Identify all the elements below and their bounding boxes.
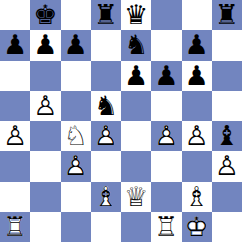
square-b1[interactable]	[30, 212, 60, 242]
square-g2[interactable]: ♝♗	[182, 182, 212, 212]
piece-glyph: ♞	[121, 30, 151, 60]
piece-outline-layer: ♔	[182, 212, 212, 242]
square-g4[interactable]: ♟♙	[182, 121, 212, 151]
square-g8[interactable]	[182, 0, 212, 30]
square-b4[interactable]	[30, 121, 60, 151]
white-rook-piece[interactable]: ♜♖	[0, 212, 30, 242]
square-e6[interactable]: ♟	[121, 61, 151, 91]
square-h5[interactable]	[212, 91, 242, 121]
square-c3[interactable]: ♟♙	[61, 151, 91, 181]
piece-outline-layer: ♙	[61, 151, 91, 181]
square-h1[interactable]	[212, 212, 242, 242]
square-a3[interactable]	[0, 151, 30, 181]
piece-glyph: ♟	[0, 30, 30, 60]
piece-glyph: ♟	[30, 30, 60, 60]
square-d1[interactable]	[91, 212, 121, 242]
piece-outline-layer: ♕	[121, 182, 151, 212]
black-pawn-piece[interactable]: ♟	[182, 30, 212, 60]
piece-outline-layer: ♙	[0, 121, 30, 151]
piece-outline-layer: ♘	[61, 121, 91, 151]
black-queen-piece[interactable]: ♛	[121, 0, 151, 30]
square-b5[interactable]: ♟♙	[30, 91, 60, 121]
square-b2[interactable]	[30, 182, 60, 212]
black-pawn-piece[interactable]: ♟	[121, 61, 151, 91]
square-c8[interactable]	[61, 0, 91, 30]
black-knight-piece[interactable]: ♞	[121, 30, 151, 60]
square-a6[interactable]	[0, 61, 30, 91]
square-h6[interactable]	[212, 61, 242, 91]
piece-outline-layer: ♖	[151, 212, 181, 242]
piece-glyph: ♞	[91, 91, 121, 121]
square-b8[interactable]: ♚	[30, 0, 60, 30]
white-queen-piece[interactable]: ♛♕	[121, 182, 151, 212]
square-f3[interactable]	[151, 151, 181, 181]
white-bishop-piece[interactable]: ♝♗	[91, 182, 121, 212]
square-g6[interactable]: ♟	[182, 61, 212, 91]
square-f2[interactable]	[151, 182, 181, 212]
square-d6[interactable]	[91, 61, 121, 91]
square-a8[interactable]	[0, 0, 30, 30]
white-bishop-piece[interactable]: ♝♗	[182, 182, 212, 212]
white-king-piece[interactable]: ♚♔	[182, 212, 212, 242]
black-pawn-piece[interactable]: ♟	[30, 30, 60, 60]
square-h3[interactable]: ♟♙	[212, 151, 242, 181]
piece-glyph: ♟	[182, 30, 212, 60]
piece-outline-layer: ♙	[91, 121, 121, 151]
white-pawn-piece[interactable]: ♟♙	[91, 121, 121, 151]
square-c7[interactable]: ♟	[61, 30, 91, 60]
square-a4[interactable]: ♟♙	[0, 121, 30, 151]
black-pawn-piece[interactable]: ♟	[0, 30, 30, 60]
square-h2[interactable]	[212, 182, 242, 212]
black-knight-piece[interactable]: ♞	[91, 91, 121, 121]
square-c4[interactable]: ♞♘	[61, 121, 91, 151]
square-e1[interactable]	[121, 212, 151, 242]
square-d7[interactable]	[91, 30, 121, 60]
black-king-piece[interactable]: ♚	[30, 0, 60, 30]
square-g1[interactable]: ♚♔	[182, 212, 212, 242]
square-b6[interactable]	[30, 61, 60, 91]
black-rook-piece[interactable]: ♜	[91, 0, 121, 30]
square-h4[interactable]: ♝	[212, 121, 242, 151]
black-pawn-piece[interactable]: ♟	[61, 30, 91, 60]
square-d2[interactable]: ♝♗	[91, 182, 121, 212]
piece-outline-layer: ♙	[30, 91, 60, 121]
white-knight-piece[interactable]: ♞♘	[61, 121, 91, 151]
piece-outline-layer: ♖	[0, 212, 30, 242]
square-f7[interactable]	[151, 30, 181, 60]
piece-outline-layer: ♗	[182, 182, 212, 212]
chess-board: ♚♜♛♜♟♟♟♞♟♟♟♟♟♙♞♟♙♞♘♟♙♟♙♟♙♝♟♙♟♙♝♗♛♕♝♗♜♖♜♖…	[0, 0, 242, 242]
square-e8[interactable]: ♛	[121, 0, 151, 30]
square-b7[interactable]: ♟	[30, 30, 60, 60]
square-d4[interactable]: ♟♙	[91, 121, 121, 151]
black-pawn-piece[interactable]: ♟	[182, 61, 212, 91]
piece-glyph: ♛	[121, 0, 151, 30]
piece-outline-layer: ♙	[151, 121, 181, 151]
square-g3[interactable]	[182, 151, 212, 181]
square-a5[interactable]	[0, 91, 30, 121]
white-pawn-piece[interactable]: ♟♙	[182, 121, 212, 151]
black-rook-piece[interactable]: ♜	[212, 0, 242, 30]
black-pawn-piece[interactable]: ♟	[151, 61, 181, 91]
square-f8[interactable]	[151, 0, 181, 30]
square-a2[interactable]	[0, 182, 30, 212]
square-g5[interactable]	[182, 91, 212, 121]
square-f4[interactable]: ♟♙	[151, 121, 181, 151]
piece-outline-layer: ♗	[91, 182, 121, 212]
piece-glyph: ♟	[151, 61, 181, 91]
piece-glyph: ♜	[91, 0, 121, 30]
square-g7[interactable]: ♟	[182, 30, 212, 60]
piece-glyph: ♟	[121, 61, 151, 91]
square-h7[interactable]	[212, 30, 242, 60]
square-c6[interactable]	[61, 61, 91, 91]
square-d8[interactable]: ♜	[91, 0, 121, 30]
piece-outline-layer: ♙	[182, 121, 212, 151]
piece-glyph: ♟	[61, 30, 91, 60]
square-e7[interactable]: ♞	[121, 30, 151, 60]
square-d5[interactable]: ♞	[91, 91, 121, 121]
piece-glyph: ♜	[212, 0, 242, 30]
square-a7[interactable]: ♟	[0, 30, 30, 60]
square-f5[interactable]	[151, 91, 181, 121]
piece-glyph: ♝	[212, 121, 242, 151]
black-bishop-piece[interactable]: ♝	[212, 121, 242, 151]
square-d3[interactable]	[91, 151, 121, 181]
square-e2[interactable]: ♛♕	[121, 182, 151, 212]
white-pawn-piece[interactable]: ♟♙	[61, 151, 91, 181]
white-pawn-piece[interactable]: ♟♙	[0, 121, 30, 151]
square-c5[interactable]	[61, 91, 91, 121]
piece-glyph: ♚	[30, 0, 60, 30]
white-pawn-piece[interactable]: ♟♙	[151, 121, 181, 151]
white-rook-piece[interactable]: ♜♖	[151, 212, 181, 242]
square-e3[interactable]	[121, 151, 151, 181]
square-a1[interactable]: ♜♖	[0, 212, 30, 242]
piece-glyph: ♟	[182, 61, 212, 91]
square-c2[interactable]	[61, 182, 91, 212]
square-c1[interactable]	[61, 212, 91, 242]
square-b3[interactable]	[30, 151, 60, 181]
square-e4[interactable]	[121, 121, 151, 151]
square-h8[interactable]: ♜	[212, 0, 242, 30]
square-f1[interactable]: ♜♖	[151, 212, 181, 242]
piece-outline-layer: ♙	[212, 151, 242, 181]
white-pawn-piece[interactable]: ♟♙	[212, 151, 242, 181]
square-e5[interactable]	[121, 91, 151, 121]
square-f6[interactable]: ♟	[151, 61, 181, 91]
white-pawn-piece[interactable]: ♟♙	[30, 91, 60, 121]
